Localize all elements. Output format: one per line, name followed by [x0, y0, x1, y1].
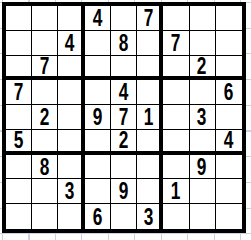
cell-r8c2[interactable]: [32, 179, 58, 204]
cell-r9c1[interactable]: [6, 204, 32, 229]
given-digit: 7: [40, 56, 50, 78]
cell-r3c3[interactable]: [58, 56, 84, 81]
cell-r4c8[interactable]: [190, 80, 216, 105]
cell-r1c8[interactable]: [190, 6, 216, 31]
cell-r7c7[interactable]: [163, 155, 189, 180]
given-digit: 2: [40, 105, 50, 129]
cell-r6c5[interactable]: 2: [111, 130, 137, 155]
cell-r3c8[interactable]: 2: [190, 56, 216, 81]
given-digit: 2: [197, 56, 207, 78]
given-digit: 6: [224, 80, 234, 104]
given-digit: 7: [14, 80, 24, 104]
cell-r9c7[interactable]: [163, 204, 189, 229]
cell-r8c5[interactable]: 9: [111, 179, 137, 204]
given-digit: 4: [65, 31, 75, 55]
cell-r1c2[interactable]: [32, 6, 58, 31]
cell-r3c1[interactable]: [6, 56, 32, 81]
cell-r8c7[interactable]: 1: [163, 179, 189, 204]
cell-r4c9[interactable]: 6: [216, 80, 242, 105]
cell-r2c1[interactable]: [6, 31, 32, 56]
cell-r6c3[interactable]: [58, 130, 84, 155]
given-digit: 7: [143, 6, 153, 30]
cell-r5c3[interactable]: [58, 105, 84, 130]
cell-r6c2[interactable]: [32, 130, 58, 155]
cell-r2c3[interactable]: 4: [58, 31, 84, 56]
cell-r1c4[interactable]: 4: [85, 6, 111, 31]
cell-r9c4[interactable]: 6: [85, 204, 111, 229]
cell-r1c1[interactable]: [6, 6, 32, 31]
cell-r9c9[interactable]: [216, 204, 242, 229]
cell-r8c6[interactable]: [137, 179, 163, 204]
cell-r4c6[interactable]: [137, 80, 163, 105]
given-digit: 2: [119, 130, 129, 152]
cell-r9c8[interactable]: [190, 204, 216, 229]
given-digit: 1: [143, 105, 153, 129]
cell-r1c7[interactable]: [163, 6, 189, 31]
cell-r3c5[interactable]: [111, 56, 137, 81]
cell-r5c5[interactable]: 7: [111, 105, 137, 130]
cell-r8c9[interactable]: [216, 179, 242, 204]
sudoku-board: 4748772746297135248939163: [2, 2, 246, 233]
given-digit: 1: [171, 179, 181, 203]
cell-r5c8[interactable]: 3: [190, 105, 216, 130]
cell-r2c6[interactable]: [137, 31, 163, 56]
cell-r7c1[interactable]: [6, 155, 32, 180]
cell-r2c4[interactable]: [85, 31, 111, 56]
cell-r1c5[interactable]: [111, 6, 137, 31]
cell-r5c9[interactable]: [216, 105, 242, 130]
cell-r9c3[interactable]: [58, 204, 84, 229]
cell-r5c7[interactable]: [163, 105, 189, 130]
cell-r5c1[interactable]: [6, 105, 32, 130]
cell-r1c9[interactable]: [216, 6, 242, 31]
given-digit: 4: [119, 80, 129, 104]
cell-r8c1[interactable]: [6, 179, 32, 204]
cell-r7c6[interactable]: [137, 155, 163, 180]
sudoku-page: 4748772746297135248939163: [0, 0, 251, 240]
cell-r2c5[interactable]: 8: [111, 31, 137, 56]
cell-r2c2[interactable]: [32, 31, 58, 56]
given-digit: 3: [143, 205, 153, 229]
cell-r7c2[interactable]: 8: [32, 155, 58, 180]
cell-r5c2[interactable]: 2: [32, 105, 58, 130]
given-digit: 9: [119, 179, 129, 203]
given-digit: 3: [65, 179, 75, 203]
cell-r6c8[interactable]: [190, 130, 216, 155]
cell-r4c1[interactable]: 7: [6, 80, 32, 105]
cell-r9c6[interactable]: 3: [137, 204, 163, 229]
cell-r8c4[interactable]: [85, 179, 111, 204]
cell-r3c9[interactable]: [216, 56, 242, 81]
cell-r3c4[interactable]: [85, 56, 111, 81]
given-digit: 7: [171, 31, 181, 55]
cell-r3c6[interactable]: [137, 56, 163, 81]
cell-r1c6[interactable]: 7: [137, 6, 163, 31]
cell-r6c4[interactable]: [85, 130, 111, 155]
cell-r6c7[interactable]: [163, 130, 189, 155]
cell-r7c3[interactable]: [58, 155, 84, 180]
given-digit: 7: [119, 105, 129, 129]
cell-r7c8[interactable]: 9: [190, 155, 216, 180]
cell-r4c3[interactable]: [58, 80, 84, 105]
cell-r7c4[interactable]: [85, 155, 111, 180]
cell-r6c1[interactable]: 5: [6, 130, 32, 155]
given-digit: 4: [92, 6, 102, 30]
cell-r3c2[interactable]: 7: [32, 56, 58, 81]
cell-r2c9[interactable]: [216, 31, 242, 56]
cell-r7c9[interactable]: [216, 155, 242, 180]
cell-r3c7[interactable]: [163, 56, 189, 81]
given-digit: 9: [197, 155, 207, 179]
cell-r8c8[interactable]: [190, 179, 216, 204]
cell-r6c9[interactable]: 4: [216, 130, 242, 155]
cell-r4c2[interactable]: [32, 80, 58, 105]
given-digit: 8: [40, 155, 50, 179]
given-digit: 8: [119, 31, 129, 55]
given-digit: 6: [92, 205, 102, 229]
cell-r5c6[interactable]: 1: [137, 105, 163, 130]
cell-r4c7[interactable]: [163, 80, 189, 105]
cell-r2c8[interactable]: [190, 31, 216, 56]
cell-r5c4[interactable]: 9: [85, 105, 111, 130]
cell-r8c3[interactable]: 3: [58, 179, 84, 204]
cell-r2c7[interactable]: 7: [163, 31, 189, 56]
cell-r7c5[interactable]: [111, 155, 137, 180]
cell-r1c3[interactable]: [58, 6, 84, 31]
cell-r4c5[interactable]: 4: [111, 80, 137, 105]
given-digit: 5: [14, 130, 24, 152]
cell-r4c4[interactable]: [85, 80, 111, 105]
cell-r9c5[interactable]: [111, 204, 137, 229]
given-digit: 4: [224, 130, 234, 152]
given-digit: 3: [197, 105, 207, 129]
given-digit: 9: [92, 105, 102, 129]
cell-r6c6[interactable]: [137, 130, 163, 155]
cell-r9c2[interactable]: [32, 204, 58, 229]
